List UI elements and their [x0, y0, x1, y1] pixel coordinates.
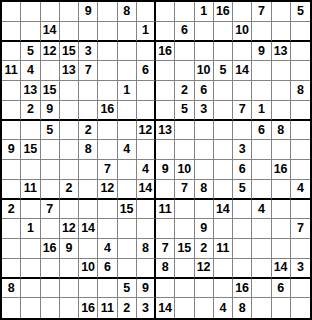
cell-r9c4[interactable] [60, 160, 79, 180]
cell-r6c6[interactable]: 16 [98, 101, 117, 121]
cell-r11c13[interactable] [233, 200, 252, 220]
cell-r5c6[interactable] [98, 81, 117, 101]
cell-r2c14[interactable] [252, 22, 271, 42]
cell-r5c12[interactable] [214, 81, 233, 101]
cell-r10c14[interactable] [252, 180, 271, 200]
cell-r1c8[interactable] [137, 2, 156, 22]
cell-r15c1[interactable]: 8 [2, 279, 21, 299]
cell-r2c8[interactable]: 1 [137, 22, 156, 42]
cell-r8c15[interactable] [272, 140, 291, 160]
cell-r7c10[interactable] [175, 121, 194, 141]
cell-r8c16[interactable] [291, 140, 310, 160]
cell-r4c10[interactable] [175, 61, 194, 81]
cell-r3c8[interactable] [137, 42, 156, 62]
cell-r14c9[interactable]: 8 [156, 259, 175, 279]
cell-r13c7[interactable] [118, 239, 137, 259]
cell-r10c2[interactable]: 11 [21, 180, 40, 200]
cell-r3c13[interactable] [233, 42, 252, 62]
cell-r16c1[interactable] [2, 298, 21, 318]
cell-r1c1[interactable] [2, 2, 21, 22]
cell-r8c10[interactable] [175, 140, 194, 160]
cell-r2c6[interactable] [98, 22, 117, 42]
cell-r12c3[interactable] [41, 219, 60, 239]
cell-r1c14[interactable]: 7 [252, 2, 271, 22]
cell-r6c2[interactable]: 2 [21, 101, 40, 121]
cell-r12c16[interactable]: 7 [291, 219, 310, 239]
cell-r5c8[interactable] [137, 81, 156, 101]
cell-r3c15[interactable]: 13 [272, 42, 291, 62]
cell-r1c10[interactable] [175, 2, 194, 22]
cell-r8c8[interactable] [137, 140, 156, 160]
cell-r2c5[interactable] [79, 22, 98, 42]
cell-r16c3[interactable] [41, 298, 60, 318]
cell-r14c13[interactable] [233, 259, 252, 279]
cell-r10c6[interactable]: 12 [98, 180, 117, 200]
cell-r8c4[interactable] [60, 140, 79, 160]
cell-r4c11[interactable]: 10 [195, 61, 214, 81]
cell-r13c8[interactable]: 8 [137, 239, 156, 259]
cell-r9c1[interactable] [2, 160, 21, 180]
cell-r9c15[interactable]: 16 [272, 160, 291, 180]
cell-r16c10[interactable] [175, 298, 194, 318]
cell-r12c1[interactable] [2, 219, 21, 239]
cell-r8c12[interactable] [214, 140, 233, 160]
cell-r5c7[interactable]: 1 [118, 81, 137, 101]
cell-r3c1[interactable] [2, 42, 21, 62]
cell-r12c13[interactable] [233, 219, 252, 239]
cell-r16c11[interactable] [195, 298, 214, 318]
cell-r15c16[interactable] [291, 279, 310, 299]
cell-r15c9[interactable] [156, 279, 175, 299]
cell-r12c12[interactable] [214, 219, 233, 239]
cell-r5c5[interactable] [79, 81, 98, 101]
cell-r7c1[interactable] [2, 121, 21, 141]
cell-r1c15[interactable] [272, 2, 291, 22]
cell-r8c9[interactable] [156, 140, 175, 160]
cell-r12c7[interactable] [118, 219, 137, 239]
cell-r1c5[interactable]: 9 [79, 2, 98, 22]
cell-r6c7[interactable] [118, 101, 137, 121]
cell-r7c16[interactable] [291, 121, 310, 141]
cell-r2c12[interactable] [214, 22, 233, 42]
cell-r9c5[interactable] [79, 160, 98, 180]
cell-r6c5[interactable] [79, 101, 98, 121]
cell-r5c2[interactable]: 13 [21, 81, 40, 101]
cell-r5c14[interactable] [252, 81, 271, 101]
cell-r16c15[interactable] [272, 298, 291, 318]
cell-r12c2[interactable]: 1 [21, 219, 40, 239]
cell-r14c12[interactable] [214, 259, 233, 279]
cell-r5c1[interactable] [2, 81, 21, 101]
cell-r10c4[interactable]: 2 [60, 180, 79, 200]
cell-r14c1[interactable] [2, 259, 21, 279]
cell-r1c7[interactable]: 8 [118, 2, 137, 22]
cell-r16c8[interactable]: 3 [137, 298, 156, 318]
cell-r8c5[interactable]: 8 [79, 140, 98, 160]
cell-r11c3[interactable]: 7 [41, 200, 60, 220]
cell-r12c15[interactable] [272, 219, 291, 239]
cell-r16c4[interactable] [60, 298, 79, 318]
cell-r12c6[interactable] [98, 219, 117, 239]
cell-r1c12[interactable]: 16 [214, 2, 233, 22]
cell-r8c7[interactable]: 4 [118, 140, 137, 160]
cell-r16c13[interactable]: 8 [233, 298, 252, 318]
cell-r13c4[interactable]: 9 [60, 239, 79, 259]
cell-r10c12[interactable] [214, 180, 233, 200]
cell-r10c13[interactable]: 5 [233, 180, 252, 200]
cell-r13c5[interactable] [79, 239, 98, 259]
cell-r14c5[interactable]: 10 [79, 259, 98, 279]
cell-r4c2[interactable]: 4 [21, 61, 40, 81]
cell-r5c13[interactable] [233, 81, 252, 101]
cell-r9c8[interactable]: 4 [137, 160, 156, 180]
cell-r9c2[interactable] [21, 160, 40, 180]
cell-r2c2[interactable] [21, 22, 40, 42]
cell-r5c10[interactable]: 2 [175, 81, 194, 101]
cell-r15c12[interactable] [214, 279, 233, 299]
cell-r4c14[interactable] [252, 61, 271, 81]
cell-r10c3[interactable] [41, 180, 60, 200]
cell-r7c7[interactable] [118, 121, 137, 141]
cell-r14c14[interactable] [252, 259, 271, 279]
cell-r9c3[interactable] [41, 160, 60, 180]
cell-r3c14[interactable]: 9 [252, 42, 271, 62]
cell-r13c11[interactable]: 2 [195, 239, 214, 259]
cell-r6c9[interactable] [156, 101, 175, 121]
cell-r1c11[interactable]: 1 [195, 2, 214, 22]
cell-r1c3[interactable] [41, 2, 60, 22]
sudoku-board: 9811675141610512153169131141376105141315… [0, 0, 312, 320]
cell-r15c13[interactable]: 16 [233, 279, 252, 299]
cell-r7c15[interactable]: 8 [272, 121, 291, 141]
cell-r11c5[interactable] [79, 200, 98, 220]
cell-r9c13[interactable]: 6 [233, 160, 252, 180]
cell-r11c7[interactable]: 15 [118, 200, 137, 220]
cell-r14c4[interactable] [60, 259, 79, 279]
cell-r14c2[interactable] [21, 259, 40, 279]
cell-r8c2[interactable]: 15 [21, 140, 40, 160]
cell-r2c16[interactable] [291, 22, 310, 42]
cell-r13c16[interactable] [291, 239, 310, 259]
cell-r3c6[interactable] [98, 42, 117, 62]
cell-r16c16[interactable] [291, 298, 310, 318]
cell-r16c6[interactable]: 11 [98, 298, 117, 318]
cell-r14c8[interactable] [137, 259, 156, 279]
cell-r13c9[interactable]: 7 [156, 239, 175, 259]
cell-r9c6[interactable]: 7 [98, 160, 117, 180]
cell-r14c15[interactable]: 14 [272, 259, 291, 279]
cell-r2c3[interactable]: 14 [41, 22, 60, 42]
cell-r12c9[interactable] [156, 219, 175, 239]
cell-r1c16[interactable]: 5 [291, 2, 310, 22]
cell-r4c15[interactable] [272, 61, 291, 81]
cell-r6c16[interactable] [291, 101, 310, 121]
cell-r10c15[interactable] [272, 180, 291, 200]
cell-r3c3[interactable]: 12 [41, 42, 60, 62]
cell-r15c5[interactable] [79, 279, 98, 299]
cell-r13c6[interactable]: 4 [98, 239, 117, 259]
cell-r3c4[interactable]: 15 [60, 42, 79, 62]
cell-r11c16[interactable] [291, 200, 310, 220]
cell-r4c3[interactable] [41, 61, 60, 81]
cell-r15c7[interactable]: 5 [118, 279, 137, 299]
cell-r13c3[interactable]: 16 [41, 239, 60, 259]
cell-r11c12[interactable]: 14 [214, 200, 233, 220]
cell-r10c5[interactable] [79, 180, 98, 200]
cell-r7c11[interactable] [195, 121, 214, 141]
cell-r3c16[interactable] [291, 42, 310, 62]
cell-r11c6[interactable] [98, 200, 117, 220]
cell-r11c15[interactable] [272, 200, 291, 220]
cell-r13c2[interactable] [21, 239, 40, 259]
cell-r15c4[interactable] [60, 279, 79, 299]
cell-r3c2[interactable]: 5 [21, 42, 40, 62]
cell-r11c4[interactable] [60, 200, 79, 220]
cell-r9c16[interactable] [291, 160, 310, 180]
cell-r1c4[interactable] [60, 2, 79, 22]
cell-r10c9[interactable] [156, 180, 175, 200]
cell-r2c9[interactable] [156, 22, 175, 42]
cell-r14c11[interactable]: 12 [195, 259, 214, 279]
cell-r5c3[interactable]: 15 [41, 81, 60, 101]
cell-r6c4[interactable] [60, 101, 79, 121]
cell-r3c10[interactable] [175, 42, 194, 62]
cell-r12c8[interactable] [137, 219, 156, 239]
cell-r11c8[interactable] [137, 200, 156, 220]
cell-r10c1[interactable] [2, 180, 21, 200]
cell-r15c6[interactable] [98, 279, 117, 299]
cell-r4c7[interactable] [118, 61, 137, 81]
cell-r11c2[interactable] [21, 200, 40, 220]
cell-r2c15[interactable] [272, 22, 291, 42]
cell-r4c16[interactable] [291, 61, 310, 81]
cell-r1c2[interactable] [21, 2, 40, 22]
cell-r16c2[interactable] [21, 298, 40, 318]
cell-r9c9[interactable]: 9 [156, 160, 175, 180]
cell-r7c14[interactable]: 6 [252, 121, 271, 141]
cell-r15c14[interactable] [252, 279, 271, 299]
cell-r8c14[interactable] [252, 140, 271, 160]
cell-r2c13[interactable]: 10 [233, 22, 252, 42]
cell-r6c15[interactable] [272, 101, 291, 121]
cell-r1c9[interactable] [156, 2, 175, 22]
cell-r14c7[interactable] [118, 259, 137, 279]
cell-r5c16[interactable]: 8 [291, 81, 310, 101]
cell-r10c11[interactable]: 8 [195, 180, 214, 200]
cell-r2c10[interactable]: 6 [175, 22, 194, 42]
cell-r7c9[interactable]: 13 [156, 121, 175, 141]
cell-r11c9[interactable]: 11 [156, 200, 175, 220]
cell-r4c13[interactable]: 14 [233, 61, 252, 81]
cell-r4c6[interactable] [98, 61, 117, 81]
cell-r10c16[interactable]: 4 [291, 180, 310, 200]
cell-r5c11[interactable]: 6 [195, 81, 214, 101]
cell-r13c15[interactable] [272, 239, 291, 259]
cell-r10c7[interactable] [118, 180, 137, 200]
cell-r1c6[interactable] [98, 2, 117, 22]
cell-r8c11[interactable] [195, 140, 214, 160]
cell-r2c1[interactable] [2, 22, 21, 42]
cell-r12c5[interactable]: 14 [79, 219, 98, 239]
cell-r15c15[interactable]: 6 [272, 279, 291, 299]
cell-r14c3[interactable] [41, 259, 60, 279]
cell-r7c2[interactable] [21, 121, 40, 141]
cell-r16c12[interactable]: 4 [214, 298, 233, 318]
cell-r3c9[interactable]: 16 [156, 42, 175, 62]
cell-r9c7[interactable] [118, 160, 137, 180]
cell-r7c13[interactable] [233, 121, 252, 141]
cell-r9c14[interactable] [252, 160, 271, 180]
cell-r4c4[interactable]: 13 [60, 61, 79, 81]
cell-r16c5[interactable]: 16 [79, 298, 98, 318]
cell-r11c10[interactable] [175, 200, 194, 220]
cell-r5c4[interactable] [60, 81, 79, 101]
cell-r15c11[interactable] [195, 279, 214, 299]
cell-r4c8[interactable]: 6 [137, 61, 156, 81]
cell-r7c3[interactable]: 5 [41, 121, 60, 141]
cell-r15c10[interactable] [175, 279, 194, 299]
cell-r11c11[interactable] [195, 200, 214, 220]
cell-r10c8[interactable]: 14 [137, 180, 156, 200]
cell-r16c7[interactable]: 2 [118, 298, 137, 318]
cell-r6c1[interactable] [2, 101, 21, 121]
cell-r6c12[interactable] [214, 101, 233, 121]
cell-r12c11[interactable]: 9 [195, 219, 214, 239]
cell-r12c10[interactable] [175, 219, 194, 239]
cell-r4c1[interactable]: 11 [2, 61, 21, 81]
cell-r8c6[interactable] [98, 140, 117, 160]
cell-r16c9[interactable]: 14 [156, 298, 175, 318]
cell-r12c4[interactable]: 12 [60, 219, 79, 239]
cell-r8c13[interactable]: 3 [233, 140, 252, 160]
cell-r15c8[interactable]: 9 [137, 279, 156, 299]
cell-r14c10[interactable] [175, 259, 194, 279]
cell-r6c8[interactable] [137, 101, 156, 121]
cell-r3c5[interactable]: 3 [79, 42, 98, 62]
cell-r16c14[interactable] [252, 298, 271, 318]
cell-r2c4[interactable] [60, 22, 79, 42]
cell-r7c8[interactable]: 12 [137, 121, 156, 141]
cell-r13c14[interactable] [252, 239, 271, 259]
cell-r15c3[interactable] [41, 279, 60, 299]
cell-r13c1[interactable] [2, 239, 21, 259]
cell-r12c14[interactable] [252, 219, 271, 239]
cell-r13c10[interactable]: 15 [175, 239, 194, 259]
cell-r6c10[interactable]: 5 [175, 101, 194, 121]
cell-r5c9[interactable] [156, 81, 175, 101]
cell-r8c1[interactable]: 9 [2, 140, 21, 160]
cell-r3c7[interactable] [118, 42, 137, 62]
cell-r9c12[interactable] [214, 160, 233, 180]
cell-r3c11[interactable] [195, 42, 214, 62]
cell-r6c14[interactable]: 1 [252, 101, 271, 121]
cell-r6c3[interactable]: 9 [41, 101, 60, 121]
cell-r4c12[interactable]: 5 [214, 61, 233, 81]
cell-r7c4[interactable] [60, 121, 79, 141]
cell-r15c2[interactable] [21, 279, 40, 299]
cell-r13c12[interactable]: 11 [214, 239, 233, 259]
cell-r13c13[interactable] [233, 239, 252, 259]
cell-r6c11[interactable]: 3 [195, 101, 214, 121]
cell-r14c6[interactable]: 6 [98, 259, 117, 279]
cell-r4c5[interactable]: 7 [79, 61, 98, 81]
cell-r9c11[interactable] [195, 160, 214, 180]
cell-r7c12[interactable] [214, 121, 233, 141]
cell-r11c14[interactable]: 4 [252, 200, 271, 220]
cell-r4c9[interactable] [156, 61, 175, 81]
cell-r5c15[interactable] [272, 81, 291, 101]
cell-r8c3[interactable] [41, 140, 60, 160]
cell-r11c1[interactable]: 2 [2, 200, 21, 220]
cell-r7c5[interactable]: 2 [79, 121, 98, 141]
cell-r2c7[interactable] [118, 22, 137, 42]
cell-r2c11[interactable] [195, 22, 214, 42]
cell-r14c16[interactable]: 3 [291, 259, 310, 279]
cell-r3c12[interactable] [214, 42, 233, 62]
cell-r1c13[interactable] [233, 2, 252, 22]
cell-r7c6[interactable] [98, 121, 117, 141]
cell-r6c13[interactable]: 7 [233, 101, 252, 121]
cell-r9c10[interactable]: 10 [175, 160, 194, 180]
cell-r10c10[interactable]: 7 [175, 180, 194, 200]
